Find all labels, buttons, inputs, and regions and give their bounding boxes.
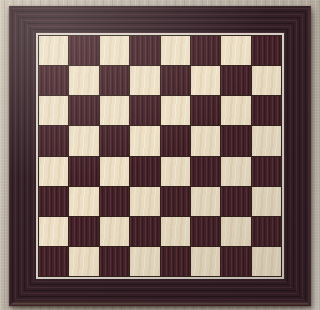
- square-h6[interactable]: [252, 96, 281, 125]
- square-f8[interactable]: [191, 36, 220, 65]
- square-e8[interactable]: [161, 36, 190, 65]
- square-b5[interactable]: [69, 126, 98, 155]
- square-f6[interactable]: [191, 96, 220, 125]
- square-e5[interactable]: [161, 126, 190, 155]
- square-b6[interactable]: [69, 96, 98, 125]
- square-f5[interactable]: [191, 126, 220, 155]
- square-d3[interactable]: [130, 187, 159, 216]
- square-d7[interactable]: [130, 66, 159, 95]
- board-frame-right: [284, 6, 311, 306]
- square-d6[interactable]: [130, 96, 159, 125]
- square-g4[interactable]: [221, 157, 250, 186]
- square-a8[interactable]: [39, 36, 68, 65]
- square-d1[interactable]: [130, 247, 159, 276]
- square-h2[interactable]: [252, 217, 281, 246]
- board-frame-left: [9, 6, 36, 306]
- square-c6[interactable]: [100, 96, 129, 125]
- square-a6[interactable]: [39, 96, 68, 125]
- square-c7[interactable]: [100, 66, 129, 95]
- square-g3[interactable]: [221, 187, 250, 216]
- square-a1[interactable]: [39, 247, 68, 276]
- square-a2[interactable]: [39, 217, 68, 246]
- square-c4[interactable]: [100, 157, 129, 186]
- square-b7[interactable]: [69, 66, 98, 95]
- square-h1[interactable]: [252, 247, 281, 276]
- square-c3[interactable]: [100, 187, 129, 216]
- square-e1[interactable]: [161, 247, 190, 276]
- square-h5[interactable]: [252, 126, 281, 155]
- table-surface: [0, 0, 320, 310]
- square-d5[interactable]: [130, 126, 159, 155]
- square-b3[interactable]: [69, 187, 98, 216]
- board-frame-top: [9, 6, 311, 33]
- square-a5[interactable]: [39, 126, 68, 155]
- square-b4[interactable]: [69, 157, 98, 186]
- maple-fillet-line: [36, 33, 284, 279]
- square-g8[interactable]: [221, 36, 250, 65]
- square-a4[interactable]: [39, 157, 68, 186]
- square-f3[interactable]: [191, 187, 220, 216]
- square-a7[interactable]: [39, 66, 68, 95]
- square-e7[interactable]: [161, 66, 190, 95]
- square-f4[interactable]: [191, 157, 220, 186]
- playing-area: [38, 35, 282, 277]
- square-h4[interactable]: [252, 157, 281, 186]
- square-c1[interactable]: [100, 247, 129, 276]
- square-f7[interactable]: [191, 66, 220, 95]
- square-e2[interactable]: [161, 217, 190, 246]
- square-b1[interactable]: [69, 247, 98, 276]
- square-c8[interactable]: [100, 36, 129, 65]
- square-d4[interactable]: [130, 157, 159, 186]
- square-d2[interactable]: [130, 217, 159, 246]
- square-c2[interactable]: [100, 217, 129, 246]
- square-g7[interactable]: [221, 66, 250, 95]
- square-d8[interactable]: [130, 36, 159, 65]
- square-e4[interactable]: [161, 157, 190, 186]
- square-h8[interactable]: [252, 36, 281, 65]
- square-b2[interactable]: [69, 217, 98, 246]
- square-f2[interactable]: [191, 217, 220, 246]
- square-b8[interactable]: [69, 36, 98, 65]
- square-h7[interactable]: [252, 66, 281, 95]
- square-g6[interactable]: [221, 96, 250, 125]
- square-g2[interactable]: [221, 217, 250, 246]
- square-g1[interactable]: [221, 247, 250, 276]
- square-h3[interactable]: [252, 187, 281, 216]
- board-frame-bottom: [9, 279, 311, 306]
- chess-board: [9, 6, 311, 306]
- square-f1[interactable]: [191, 247, 220, 276]
- square-g5[interactable]: [221, 126, 250, 155]
- square-c5[interactable]: [100, 126, 129, 155]
- square-a3[interactable]: [39, 187, 68, 216]
- square-e3[interactable]: [161, 187, 190, 216]
- square-e6[interactable]: [161, 96, 190, 125]
